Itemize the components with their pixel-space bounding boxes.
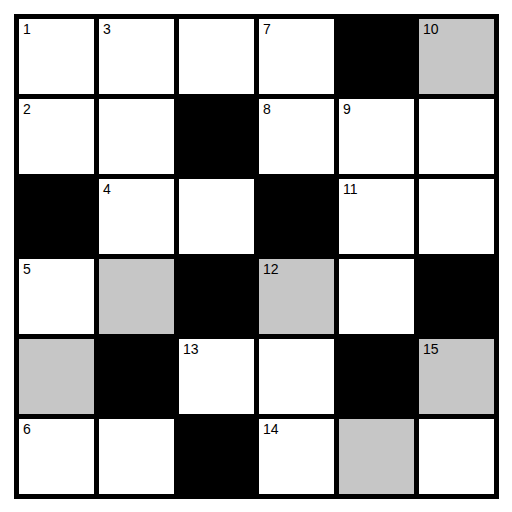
clue-number: 9 [343, 100, 351, 118]
cell-r3c0[interactable]: 5 [19, 259, 94, 334]
cell-r0c1[interactable]: 3 [99, 19, 174, 94]
clue-number: 15 [423, 340, 439, 358]
clue-number: 6 [23, 420, 31, 438]
cell-r4c2[interactable]: 13 [179, 339, 254, 414]
clue-number: 4 [103, 180, 111, 198]
cell-r0c0[interactable]: 1 [19, 19, 94, 94]
cell-r4c4 [339, 339, 414, 414]
cell-r3c2 [179, 259, 254, 334]
cell-r5c1[interactable] [99, 419, 174, 494]
clue-number: 5 [23, 260, 31, 278]
clue-number: 12 [263, 260, 279, 278]
clue-number: 2 [23, 100, 31, 118]
cell-r5c3[interactable]: 14 [259, 419, 334, 494]
clue-number: 1 [23, 20, 31, 38]
cell-r2c3 [259, 179, 334, 254]
cell-r2c5[interactable] [419, 179, 494, 254]
cell-r2c1[interactable]: 4 [99, 179, 174, 254]
cell-r1c1[interactable] [99, 99, 174, 174]
cell-r3c1[interactable] [99, 259, 174, 334]
cell-r1c2 [179, 99, 254, 174]
cell-r1c5[interactable] [419, 99, 494, 174]
cell-r4c5[interactable]: 15 [419, 339, 494, 414]
cell-r4c1 [99, 339, 174, 414]
clue-number: 8 [263, 100, 271, 118]
cell-r3c5 [419, 259, 494, 334]
cell-r0c2[interactable] [179, 19, 254, 94]
cell-r4c0[interactable] [19, 339, 94, 414]
cell-r3c3[interactable]: 12 [259, 259, 334, 334]
clue-number: 13 [183, 340, 199, 358]
cell-r2c0 [19, 179, 94, 254]
cell-r4c3[interactable] [259, 339, 334, 414]
cell-r2c2[interactable] [179, 179, 254, 254]
cell-r1c3[interactable]: 8 [259, 99, 334, 174]
clue-number: 10 [423, 20, 439, 38]
cell-r0c5[interactable]: 10 [419, 19, 494, 94]
cell-r0c4 [339, 19, 414, 94]
cell-r5c2 [179, 419, 254, 494]
cell-r1c4[interactable]: 9 [339, 99, 414, 174]
clue-number: 14 [263, 420, 279, 438]
cell-r5c5[interactable] [419, 419, 494, 494]
cell-r5c0[interactable]: 6 [19, 419, 94, 494]
cell-r2c4[interactable]: 11 [339, 179, 414, 254]
puzzle-page: 137102894115121315614 [0, 0, 512, 512]
cell-r0c3[interactable]: 7 [259, 19, 334, 94]
cell-r1c0[interactable]: 2 [19, 99, 94, 174]
cell-r3c4[interactable] [339, 259, 414, 334]
clue-number: 7 [263, 20, 271, 38]
crossword-grid: 137102894115121315614 [14, 14, 499, 499]
cell-r5c4[interactable] [339, 419, 414, 494]
clue-number: 11 [343, 180, 358, 198]
clue-number: 3 [103, 20, 111, 38]
